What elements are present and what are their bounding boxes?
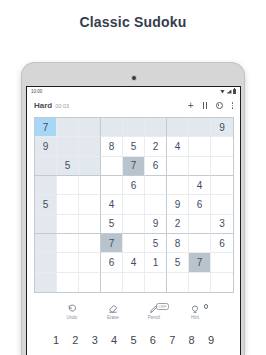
cell-r2c8[interactable]: [189, 137, 211, 156]
difficulty-label: Hard: [34, 101, 52, 110]
difficulty-group: Hard 00:03: [34, 101, 69, 110]
cell-r1c3[interactable]: [79, 118, 101, 137]
cell-r6c3[interactable]: [79, 215, 101, 234]
cell-r9c3[interactable]: [79, 273, 101, 292]
app-header: Hard 00:03 +: [27, 96, 240, 115]
cell-r2c1[interactable]: 9: [35, 137, 57, 156]
cell-r3c1[interactable]: [35, 157, 57, 176]
cell-r3c5[interactable]: 7: [123, 157, 145, 176]
camera-dot: [132, 76, 136, 80]
undo-label: Undo: [67, 315, 78, 320]
cell-r8c9[interactable]: [211, 253, 233, 272]
pencil-label: Pencil: [148, 315, 160, 320]
cell-r2c5[interactable]: 5: [123, 137, 145, 156]
cell-r4c2[interactable]: [57, 176, 79, 195]
undo-icon: [67, 304, 77, 314]
header-icons: +: [188, 102, 233, 110]
cell-r3c6[interactable]: 6: [145, 157, 167, 176]
hint-button[interactable]: Hint: [178, 304, 212, 320]
cell-r9c7[interactable]: [167, 273, 189, 292]
sudoku-grid: 79985245766454965923758664157: [34, 117, 234, 293]
cell-r5c8[interactable]: 6: [189, 195, 211, 214]
cell-r9c1[interactable]: [35, 273, 57, 292]
app-screen: 10:00 Hard 00:03 + 79: [26, 86, 241, 355]
cell-r2c2[interactable]: [57, 137, 79, 156]
cell-r5c9[interactable]: [211, 195, 233, 214]
toolbar: Undo Erase O: [27, 300, 240, 324]
cell-r7c5[interactable]: [123, 234, 145, 253]
timer: 00:03: [55, 103, 69, 109]
numpad-2[interactable]: 2: [70, 334, 80, 346]
cell-r5c6[interactable]: [145, 195, 167, 214]
cell-r5c5[interactable]: [123, 195, 145, 214]
undo-button[interactable]: Undo: [55, 304, 89, 320]
cell-r3c4[interactable]: [101, 157, 123, 176]
cell-r6c6[interactable]: 9: [145, 215, 167, 234]
cell-r1c7[interactable]: [167, 118, 189, 137]
cell-r8c1[interactable]: [35, 253, 57, 272]
numpad-9[interactable]: 9: [206, 334, 216, 346]
cell-r8c6[interactable]: 1: [145, 253, 167, 272]
battery-icon: [233, 89, 236, 94]
cell-r6c9[interactable]: 3: [211, 215, 233, 234]
tablet-frame: 10:00 Hard 00:03 + 79: [21, 62, 245, 355]
cell-r9c8[interactable]: [189, 273, 211, 292]
cell-r1c5[interactable]: [123, 118, 145, 137]
page-title: Classic Sudoku: [0, 14, 266, 30]
cell-r1c1[interactable]: 7: [35, 118, 57, 137]
numpad-8[interactable]: 8: [187, 334, 197, 346]
number-pad: 1 2 3 4 5 6 7 8 9: [27, 331, 240, 349]
cell-r8c7[interactable]: 5: [167, 253, 189, 272]
cell-r4c1[interactable]: [35, 176, 57, 195]
pencil-icon: OFF: [149, 304, 159, 314]
cell-r8c4[interactable]: 6: [101, 253, 123, 272]
status-icons: [220, 89, 236, 94]
cell-r4c7[interactable]: [167, 176, 189, 195]
numpad-1[interactable]: 1: [51, 334, 61, 346]
cell-r2c7[interactable]: 4: [167, 137, 189, 156]
cell-r9c2[interactable]: [57, 273, 79, 292]
cell-r6c7[interactable]: 2: [167, 215, 189, 234]
cell-r3c2[interactable]: 5: [57, 157, 79, 176]
cell-r3c7[interactable]: [167, 157, 189, 176]
cell-r4c3[interactable]: [79, 176, 101, 195]
pencil-state-badge: OFF: [156, 303, 169, 310]
cell-r7c3[interactable]: [79, 234, 101, 253]
cell-r3c3[interactable]: [79, 157, 101, 176]
cell-r9c6[interactable]: [145, 273, 167, 292]
cell-r6c2[interactable]: [57, 215, 79, 234]
cell-r2c3[interactable]: [79, 137, 101, 156]
cell-r9c9[interactable]: [211, 273, 233, 292]
cell-r2c6[interactable]: 2: [145, 137, 167, 156]
cell-r5c3[interactable]: [79, 195, 101, 214]
cell-r7c4[interactable]: 7: [101, 234, 123, 253]
cell-r9c5[interactable]: [123, 273, 145, 292]
cell-r1c8[interactable]: [189, 118, 211, 137]
cell-r8c5[interactable]: 4: [123, 253, 145, 272]
hint-label: Hint: [191, 315, 199, 320]
cell-r5c1[interactable]: 5: [35, 195, 57, 214]
wifi-icon: [220, 90, 225, 94]
status-bar: 10:00: [27, 87, 240, 96]
cell-r3c9[interactable]: [211, 157, 233, 176]
new-game-plus-icon[interactable]: +: [188, 102, 194, 110]
numpad-4[interactable]: 4: [109, 334, 119, 346]
cell-r4c5[interactable]: 6: [123, 176, 145, 195]
cell-r9c4[interactable]: [101, 273, 123, 292]
cell-r4c4[interactable]: [101, 176, 123, 195]
cell-r4c9[interactable]: [211, 176, 233, 195]
numpad-6[interactable]: 6: [148, 334, 158, 346]
cell-r5c7[interactable]: 9: [167, 195, 189, 214]
hint-bulb-icon: [190, 304, 200, 314]
palette-icon[interactable]: [216, 102, 223, 109]
cell-r6c4[interactable]: 5: [101, 215, 123, 234]
cell-r8c2[interactable]: [57, 253, 79, 272]
cell-r4c6[interactable]: [145, 176, 167, 195]
numpad-5[interactable]: 5: [129, 334, 139, 346]
cell-r1c9[interactable]: 9: [211, 118, 233, 137]
numpad-7[interactable]: 7: [167, 334, 177, 346]
cell-r5c2[interactable]: [57, 195, 79, 214]
cell-r7c6[interactable]: 5: [145, 234, 167, 253]
cell-r7c7[interactable]: 8: [167, 234, 189, 253]
cell-r4c8[interactable]: 4: [189, 176, 211, 195]
cell-r6c1[interactable]: [35, 215, 57, 234]
cell-r7c2[interactable]: [57, 234, 79, 253]
erase-label: Erase: [107, 315, 119, 320]
cell-r8c3[interactable]: [79, 253, 101, 272]
cell-r3c8[interactable]: [189, 157, 211, 176]
cell-r7c1[interactable]: [35, 234, 57, 253]
signal-icon: [227, 90, 232, 94]
cell-r1c6[interactable]: [145, 118, 167, 137]
status-time: 10:00: [31, 89, 42, 94]
numpad-3[interactable]: 3: [90, 334, 100, 346]
cell-r7c8[interactable]: [189, 234, 211, 253]
cell-r1c2[interactable]: [57, 118, 79, 137]
promo-page: Classic Sudoku 10:00 Hard 00:03 +: [0, 0, 266, 355]
cell-r6c8[interactable]: [189, 215, 211, 234]
cell-r5c4[interactable]: 4: [101, 195, 123, 214]
pause-icon[interactable]: [203, 102, 207, 109]
pencil-button[interactable]: OFF Pencil: [137, 304, 171, 320]
more-menu-icon[interactable]: [232, 102, 233, 109]
cell-r6c5[interactable]: [123, 215, 145, 234]
cell-r2c4[interactable]: 8: [101, 137, 123, 156]
eraser-icon: [108, 304, 118, 314]
hint-badge: [204, 304, 209, 309]
cell-r7c9[interactable]: 6: [211, 234, 233, 253]
erase-button[interactable]: Erase: [96, 304, 130, 320]
cell-r1c4[interactable]: [101, 118, 123, 137]
cell-r8c8[interactable]: 7: [189, 253, 211, 272]
cell-r2c9[interactable]: [211, 137, 233, 156]
